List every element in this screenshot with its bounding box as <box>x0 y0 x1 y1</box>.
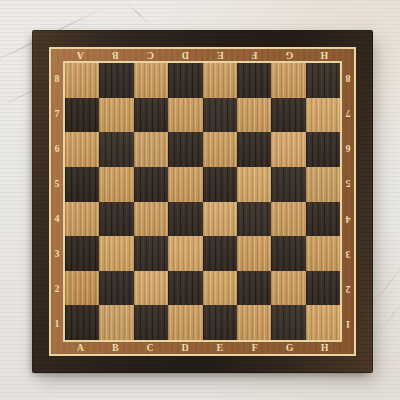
square-c4 <box>134 202 168 237</box>
square-c3 <box>134 236 168 271</box>
square-c7 <box>134 98 168 133</box>
file-label-top-a: A <box>63 49 98 61</box>
square-f4 <box>237 202 271 237</box>
square-e7 <box>203 98 237 133</box>
square-g3 <box>271 236 305 271</box>
square-h2 <box>306 271 340 306</box>
square-a4 <box>65 202 99 237</box>
rank-label-left-6: 6 <box>51 131 63 166</box>
square-e6 <box>203 132 237 167</box>
square-b3 <box>99 236 133 271</box>
square-e4 <box>203 202 237 237</box>
square-h7 <box>306 98 340 133</box>
square-b6 <box>99 132 133 167</box>
file-label-bottom-d: D <box>168 342 203 354</box>
rank-label-right-2: 2 <box>342 272 354 307</box>
file-label-bottom-b: B <box>98 342 133 354</box>
square-d4 <box>168 202 202 237</box>
square-e3 <box>203 236 237 271</box>
square-f3 <box>237 236 271 271</box>
square-c2 <box>134 271 168 306</box>
coordinate-band: ABCDEFGH ABCDEFGH 87654321 87654321 <box>49 47 356 356</box>
file-label-bottom-g: G <box>272 342 307 354</box>
rank-label-left-5: 5 <box>51 166 63 201</box>
square-f1 <box>237 305 271 340</box>
rank-label-right-4: 4 <box>342 202 354 237</box>
square-b8 <box>99 63 133 98</box>
file-labels-bottom: ABCDEFGH <box>63 342 342 354</box>
square-a1 <box>65 305 99 340</box>
square-d6 <box>168 132 202 167</box>
square-b7 <box>99 98 133 133</box>
square-g4 <box>271 202 305 237</box>
file-label-top-c: C <box>133 49 168 61</box>
rank-labels-left: 87654321 <box>51 61 63 342</box>
square-c6 <box>134 132 168 167</box>
file-label-bottom-c: C <box>133 342 168 354</box>
square-e1 <box>203 305 237 340</box>
square-h3 <box>306 236 340 271</box>
square-a7 <box>65 98 99 133</box>
rank-labels-right: 87654321 <box>342 61 354 342</box>
square-h6 <box>306 132 340 167</box>
rank-label-left-7: 7 <box>51 96 63 131</box>
rank-label-right-5: 5 <box>342 166 354 201</box>
table-surface: ABCDEFGH ABCDEFGH 87654321 87654321 <box>0 0 400 400</box>
square-e2 <box>203 271 237 306</box>
rank-label-left-4: 4 <box>51 202 63 237</box>
square-a2 <box>65 271 99 306</box>
square-b1 <box>99 305 133 340</box>
square-a6 <box>65 132 99 167</box>
wood-scratch <box>379 297 400 333</box>
square-d5 <box>168 167 202 202</box>
rank-label-right-1: 1 <box>342 307 354 342</box>
square-f5 <box>237 167 271 202</box>
file-label-top-f: F <box>237 49 272 61</box>
square-c5 <box>134 167 168 202</box>
square-d7 <box>168 98 202 133</box>
square-a8 <box>65 63 99 98</box>
square-f6 <box>237 132 271 167</box>
rank-label-left-1: 1 <box>51 307 63 342</box>
rank-label-right-7: 7 <box>342 96 354 131</box>
wood-scratch <box>371 263 400 307</box>
rank-label-right-8: 8 <box>342 61 354 96</box>
file-label-bottom-e: E <box>203 342 238 354</box>
square-b5 <box>99 167 133 202</box>
square-g7 <box>271 98 305 133</box>
square-b4 <box>99 202 133 237</box>
square-c8 <box>134 63 168 98</box>
file-label-top-g: G <box>272 49 307 61</box>
rank-label-left-8: 8 <box>51 61 63 96</box>
square-b2 <box>99 271 133 306</box>
square-g6 <box>271 132 305 167</box>
square-c1 <box>134 305 168 340</box>
square-d3 <box>168 236 202 271</box>
file-label-bottom-h: H <box>307 342 342 354</box>
rank-label-left-3: 3 <box>51 237 63 272</box>
square-a5 <box>65 167 99 202</box>
square-g8 <box>271 63 305 98</box>
rank-label-right-3: 3 <box>342 237 354 272</box>
square-e8 <box>203 63 237 98</box>
square-g2 <box>271 271 305 306</box>
wood-scratch <box>127 3 150 24</box>
file-label-bottom-a: A <box>63 342 98 354</box>
square-d2 <box>168 271 202 306</box>
file-label-top-h: H <box>307 49 342 61</box>
file-label-bottom-f: F <box>237 342 272 354</box>
square-a3 <box>65 236 99 271</box>
square-g5 <box>271 167 305 202</box>
square-d1 <box>168 305 202 340</box>
square-f8 <box>237 63 271 98</box>
playing-field <box>63 61 342 342</box>
square-h4 <box>306 202 340 237</box>
file-label-top-e: E <box>203 49 238 61</box>
rank-label-right-6: 6 <box>342 131 354 166</box>
square-f2 <box>237 271 271 306</box>
square-g1 <box>271 305 305 340</box>
square-d8 <box>168 63 202 98</box>
square-h5 <box>306 167 340 202</box>
square-h8 <box>306 63 340 98</box>
file-label-top-b: B <box>98 49 133 61</box>
square-f7 <box>237 98 271 133</box>
file-labels-top: ABCDEFGH <box>63 49 342 61</box>
chessboard: ABCDEFGH ABCDEFGH 87654321 87654321 <box>32 30 373 373</box>
rank-label-left-2: 2 <box>51 272 63 307</box>
square-h1 <box>306 305 340 340</box>
file-label-top-d: D <box>168 49 203 61</box>
square-e5 <box>203 167 237 202</box>
